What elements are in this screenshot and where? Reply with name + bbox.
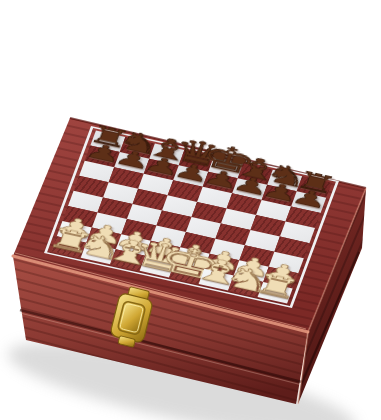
product-photo: ♜♞♝♛♚♝♞♜♟♟♟♟♟♟♟♟♟♟♟♟♟♟♟♟♜♞♝♛♚♝♞♜ (0, 0, 381, 420)
